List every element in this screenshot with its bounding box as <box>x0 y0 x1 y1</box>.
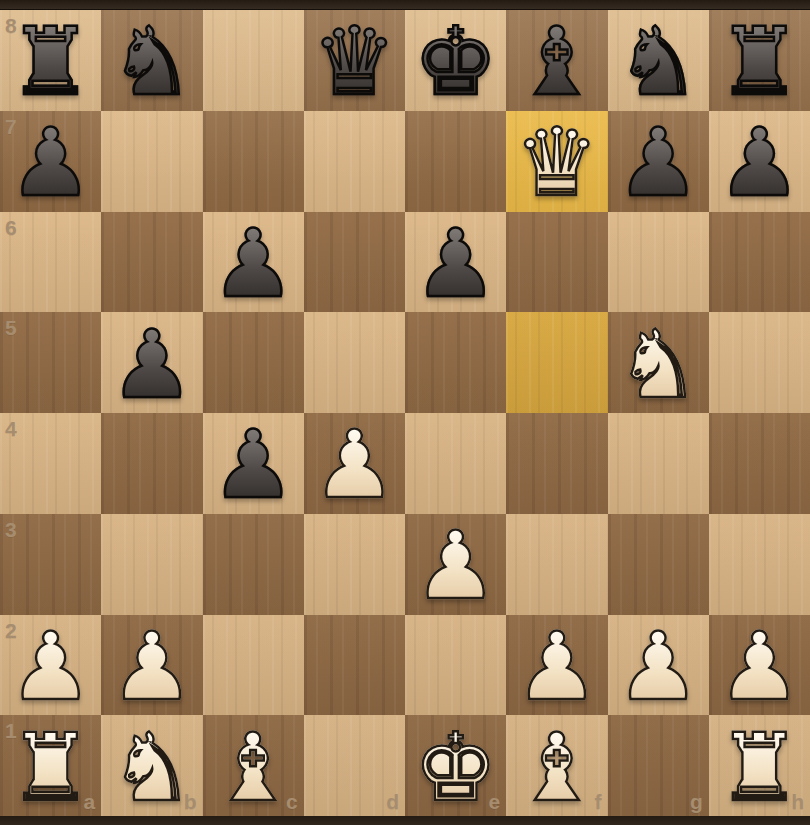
rank-label-6: 6 <box>5 216 17 240</box>
square-e8[interactable]: ♚ <box>405 10 506 111</box>
square-g4[interactable] <box>608 413 709 514</box>
square-b8[interactable]: ♞ <box>101 10 202 111</box>
rank-label-5: 5 <box>5 316 17 340</box>
square-g7[interactable]: ♟ <box>608 111 709 212</box>
black-queen[interactable]: ♛ <box>304 12 405 111</box>
white-knight[interactable]: ♞ <box>608 314 709 413</box>
square-a2[interactable]: 2♟ <box>0 615 101 716</box>
square-f8[interactable]: ♝ <box>506 10 607 111</box>
square-e3[interactable]: ♟ <box>405 514 506 615</box>
square-b6[interactable] <box>101 212 202 313</box>
square-f7[interactable]: ♛ <box>506 111 607 212</box>
square-h4[interactable] <box>709 413 810 514</box>
square-a5[interactable]: 5 <box>0 312 101 413</box>
white-pawn[interactable]: ♟ <box>506 617 607 716</box>
white-bishop[interactable]: ♝ <box>203 717 304 816</box>
square-h2[interactable]: ♟ <box>709 615 810 716</box>
white-pawn[interactable]: ♟ <box>608 617 709 716</box>
white-bishop[interactable]: ♝ <box>506 717 607 816</box>
square-a7[interactable]: 7♟ <box>0 111 101 212</box>
square-f3[interactable] <box>506 514 607 615</box>
square-f6[interactable] <box>506 212 607 313</box>
white-rook[interactable]: ♜ <box>709 717 810 816</box>
square-d8[interactable]: ♛ <box>304 10 405 111</box>
white-pawn[interactable]: ♟ <box>0 617 101 716</box>
square-e2[interactable] <box>405 615 506 716</box>
black-pawn[interactable]: ♟ <box>709 113 810 212</box>
square-c3[interactable] <box>203 514 304 615</box>
square-h3[interactable] <box>709 514 810 615</box>
black-pawn[interactable]: ♟ <box>0 113 101 212</box>
black-rook[interactable]: ♜ <box>0 12 101 111</box>
square-d7[interactable] <box>304 111 405 212</box>
square-a3[interactable]: 3 <box>0 514 101 615</box>
black-rook[interactable]: ♜ <box>709 12 810 111</box>
square-g5[interactable]: ♞ <box>608 312 709 413</box>
white-rook[interactable]: ♜ <box>0 717 101 816</box>
white-pawn[interactable]: ♟ <box>709 617 810 716</box>
square-b3[interactable] <box>101 514 202 615</box>
file-label-g: g <box>690 790 703 814</box>
square-d1[interactable]: d <box>304 715 405 816</box>
black-knight[interactable]: ♞ <box>608 12 709 111</box>
black-king[interactable]: ♚ <box>405 12 506 111</box>
square-f5[interactable] <box>506 312 607 413</box>
white-king[interactable]: ♚ <box>405 717 506 816</box>
square-b1[interactable]: b♞ <box>101 715 202 816</box>
square-b7[interactable] <box>101 111 202 212</box>
white-knight[interactable]: ♞ <box>101 717 202 816</box>
square-g1[interactable]: g <box>608 715 709 816</box>
square-a1[interactable]: 1a♜ <box>0 715 101 816</box>
square-b2[interactable]: ♟ <box>101 615 202 716</box>
square-h6[interactable] <box>709 212 810 313</box>
square-e4[interactable] <box>405 413 506 514</box>
square-a4[interactable]: 4 <box>0 413 101 514</box>
square-e1[interactable]: e♚ <box>405 715 506 816</box>
board-top-edge <box>0 0 810 10</box>
chess-app: 8♜♞♛♚♝♞♜7♟♛♟♟6♟♟5♟♞4♟♟3♟2♟♟♟♟♟1a♜b♞c♝de♚… <box>0 0 810 825</box>
black-pawn[interactable]: ♟ <box>608 113 709 212</box>
square-b5[interactable]: ♟ <box>101 312 202 413</box>
rank-label-4: 4 <box>5 417 17 441</box>
white-pawn[interactable]: ♟ <box>405 516 506 615</box>
black-pawn[interactable]: ♟ <box>203 214 304 313</box>
square-h1[interactable]: h♜ <box>709 715 810 816</box>
black-knight[interactable]: ♞ <box>101 12 202 111</box>
square-g6[interactable] <box>608 212 709 313</box>
square-a8[interactable]: 8♜ <box>0 10 101 111</box>
square-e7[interactable] <box>405 111 506 212</box>
rank-label-3: 3 <box>5 518 17 542</box>
black-pawn[interactable]: ♟ <box>405 214 506 313</box>
square-c6[interactable]: ♟ <box>203 212 304 313</box>
square-c2[interactable] <box>203 615 304 716</box>
chess-board: 8♜♞♛♚♝♞♜7♟♛♟♟6♟♟5♟♞4♟♟3♟2♟♟♟♟♟1a♜b♞c♝de♚… <box>0 10 810 816</box>
square-a6[interactable]: 6 <box>0 212 101 313</box>
square-g2[interactable]: ♟ <box>608 615 709 716</box>
black-pawn[interactable]: ♟ <box>203 415 304 514</box>
square-e5[interactable] <box>405 312 506 413</box>
square-f1[interactable]: f♝ <box>506 715 607 816</box>
white-pawn[interactable]: ♟ <box>304 415 405 514</box>
white-queen[interactable]: ♛ <box>506 113 607 212</box>
square-f2[interactable]: ♟ <box>506 615 607 716</box>
square-h8[interactable]: ♜ <box>709 10 810 111</box>
square-c5[interactable] <box>203 312 304 413</box>
black-pawn[interactable]: ♟ <box>101 314 202 413</box>
square-d3[interactable] <box>304 514 405 615</box>
square-h7[interactable]: ♟ <box>709 111 810 212</box>
square-e6[interactable]: ♟ <box>405 212 506 313</box>
square-c8[interactable] <box>203 10 304 111</box>
square-d2[interactable] <box>304 615 405 716</box>
black-bishop[interactable]: ♝ <box>506 12 607 111</box>
square-g3[interactable] <box>608 514 709 615</box>
white-pawn[interactable]: ♟ <box>101 617 202 716</box>
square-g8[interactable]: ♞ <box>608 10 709 111</box>
square-c4[interactable]: ♟ <box>203 413 304 514</box>
square-c1[interactable]: c♝ <box>203 715 304 816</box>
board-bottom-edge <box>0 816 810 825</box>
square-c7[interactable] <box>203 111 304 212</box>
square-d5[interactable] <box>304 312 405 413</box>
file-label-d: d <box>386 790 399 814</box>
square-b4[interactable] <box>101 413 202 514</box>
square-f4[interactable] <box>506 413 607 514</box>
square-h5[interactable] <box>709 312 810 413</box>
square-d6[interactable] <box>304 212 405 313</box>
square-d4[interactable]: ♟ <box>304 413 405 514</box>
